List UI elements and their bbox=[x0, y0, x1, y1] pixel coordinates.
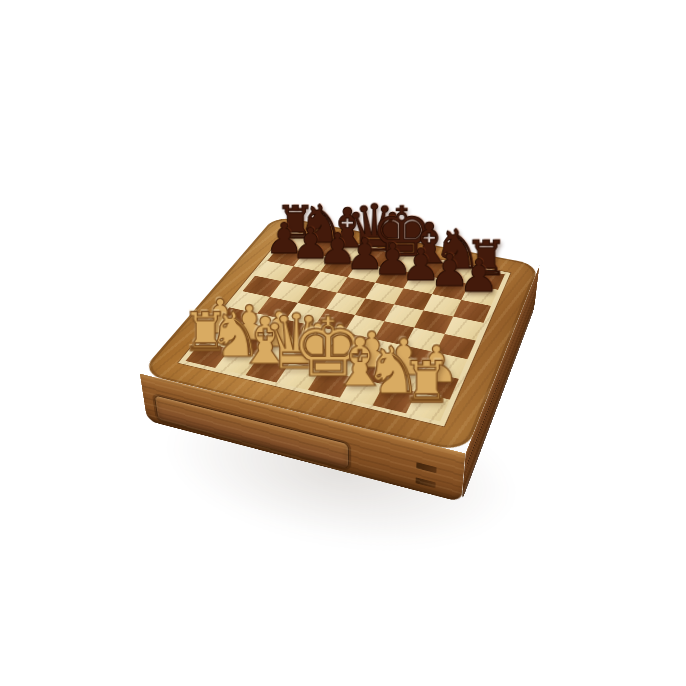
dovetail-joint-icon bbox=[416, 463, 436, 474]
chess-box: ♜♞♝♛♚♝♞♜♟♟♟♟♟♟♟♟♟♟♟♟♟♟♟♟♜♞♝♛♚♝♞♜ bbox=[140, 216, 540, 453]
piece-white-rook[interactable]: ♜ bbox=[375, 354, 477, 411]
scene: ♜♞♝♛♚♝♞♜♟♟♟♟♟♟♟♟♟♟♟♟♟♟♟♟♜♞♝♛♚♝♞♜ bbox=[0, 0, 686, 686]
piece-black-pawn[interactable]: ♟ bbox=[434, 253, 522, 298]
product-photo: ♜♞♝♛♚♝♞♜♟♟♟♟♟♟♟♟♟♟♟♟♟♟♟♟♜♞♝♛♚♝♞♜ bbox=[0, 0, 686, 686]
dovetail-joint-icon bbox=[416, 477, 436, 488]
